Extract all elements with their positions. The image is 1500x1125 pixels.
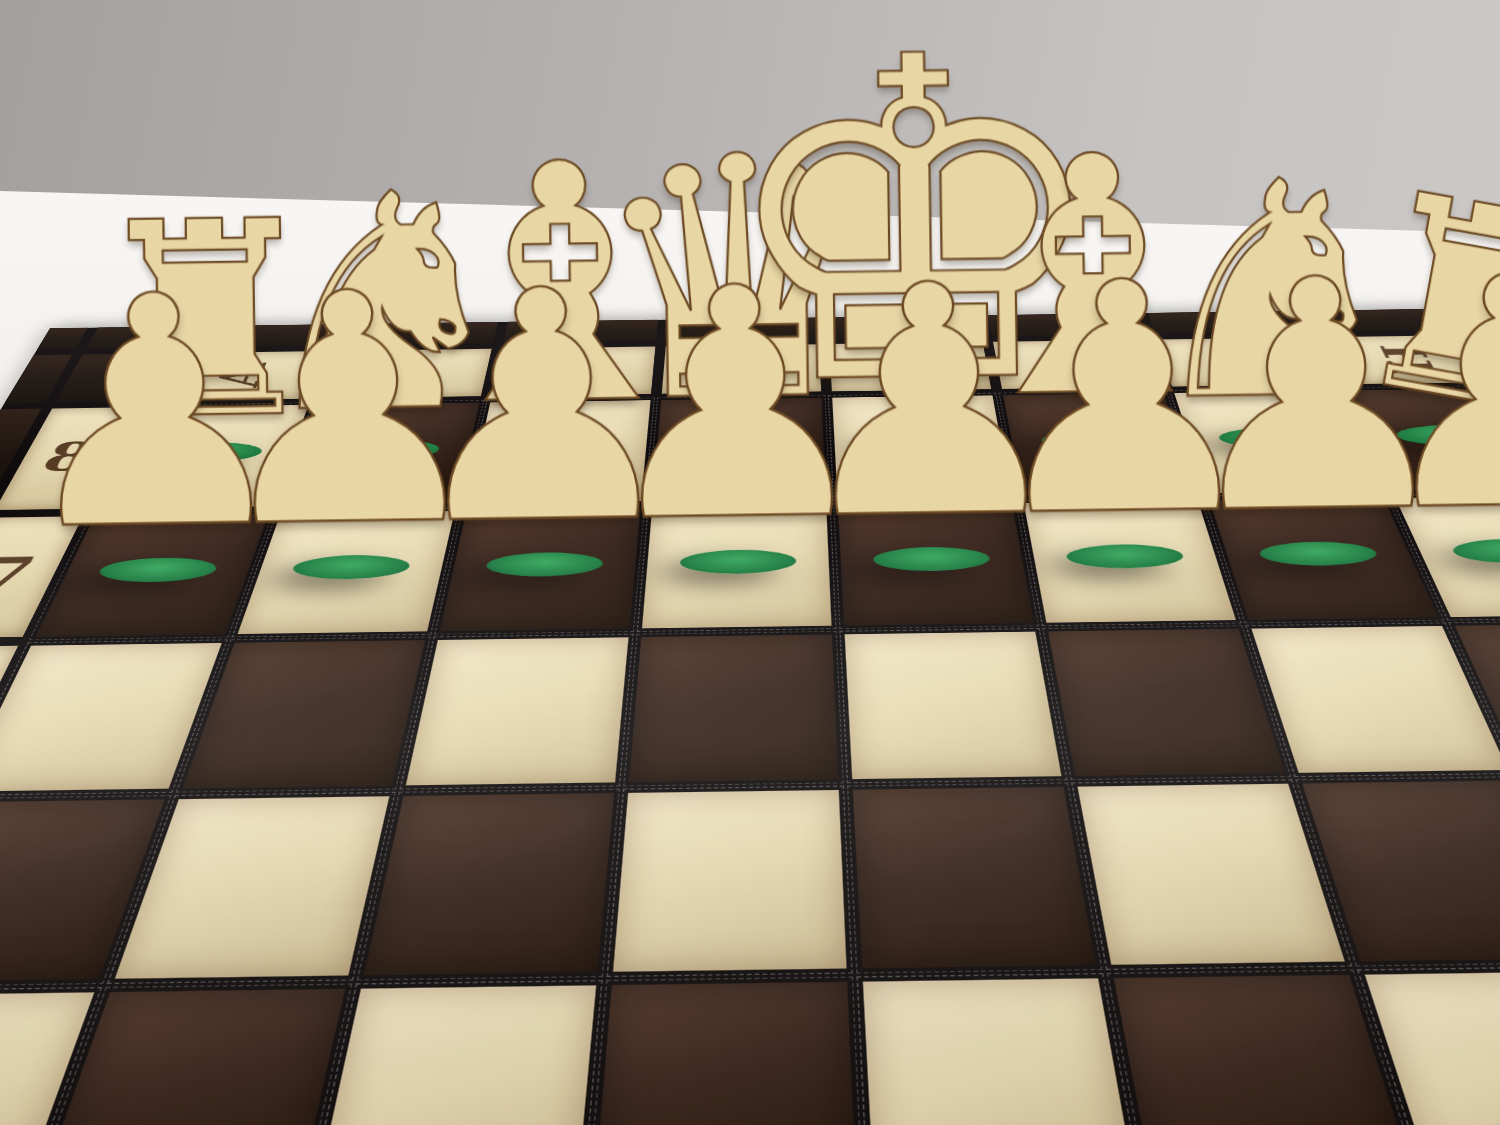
square-b6[interactable] <box>183 640 426 788</box>
square-g5[interactable] <box>1302 781 1500 962</box>
square-c5[interactable] <box>364 793 614 975</box>
square-c4[interactable] <box>311 985 596 1125</box>
square-f6[interactable] <box>1048 629 1285 776</box>
square-b5[interactable] <box>115 796 390 979</box>
square-e5[interactable] <box>853 787 1096 968</box>
square-e4[interactable] <box>863 978 1139 1125</box>
square-d6[interactable] <box>629 634 838 782</box>
square-a6[interactable] <box>0 643 222 792</box>
square-g6[interactable] <box>1251 626 1500 773</box>
square-e6[interactable] <box>845 632 1062 779</box>
square-d4[interactable] <box>593 982 857 1125</box>
square-c6[interactable] <box>406 637 629 785</box>
square-a5[interactable] <box>0 799 165 982</box>
chess-set-photo-scene: ABCDEFGH87654321♜♞♝♛♚♝♞♜♟♟♟♟♟♟♟♟ <box>0 0 1500 1125</box>
chess-board[interactable]: ABCDEFGH87654321♜♞♝♛♚♝♞♜♟♟♟♟♟♟♟♟ <box>0 308 1500 1125</box>
piece-white-p-h7[interactable]: ♟ <box>1366 235 1500 556</box>
square-d5[interactable] <box>613 790 847 972</box>
square-f5[interactable] <box>1077 784 1344 965</box>
